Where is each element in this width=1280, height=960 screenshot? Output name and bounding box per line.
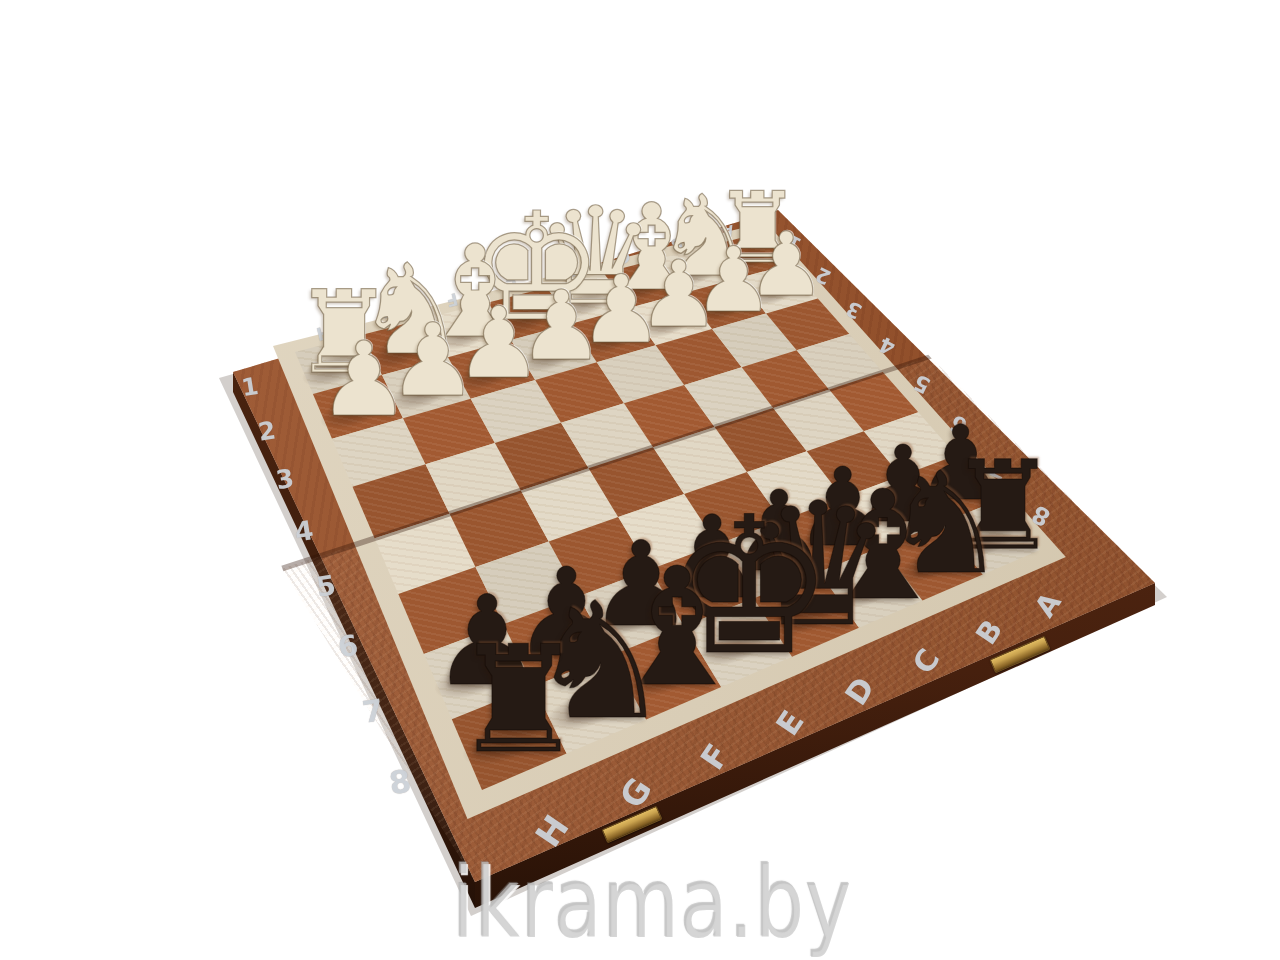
chess-set-photo: HHGGFFEEDDCCBBAA1122334455667788 ♜♞♝♛♚♝♞… bbox=[0, 0, 1280, 960]
piece-black-rook-h8: ♜ bbox=[452, 627, 585, 775]
watermark: ikrama.by bbox=[452, 846, 852, 960]
rank-label-left-1: 1 bbox=[239, 372, 260, 402]
piece-white-pawn-h2: ♟ bbox=[318, 329, 410, 432]
